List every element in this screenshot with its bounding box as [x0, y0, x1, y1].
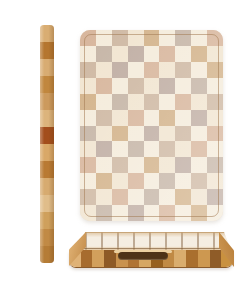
board-square — [159, 189, 175, 205]
board-square — [191, 157, 207, 173]
board-square — [128, 141, 144, 157]
board-square — [144, 126, 160, 142]
board-square — [144, 141, 160, 157]
board-square — [175, 141, 191, 157]
board-square — [112, 78, 128, 94]
board-square — [96, 173, 112, 189]
product-photo — [0, 0, 247, 296]
board-square — [159, 62, 175, 78]
board-square — [112, 126, 128, 142]
board-square — [144, 46, 160, 62]
edge-wood-block — [40, 42, 54, 59]
top-view — [80, 30, 223, 221]
board-square — [159, 78, 175, 94]
board-square — [80, 62, 96, 78]
front-wood-block — [92, 250, 104, 267]
edge-view-blocks — [40, 25, 54, 263]
front-wood-block — [128, 250, 140, 267]
board-square — [191, 141, 207, 157]
board-square — [191, 30, 207, 46]
board-square — [159, 205, 175, 221]
board-square — [175, 78, 191, 94]
edge-wood-block — [40, 144, 54, 161]
juice-groove-line — [79, 248, 224, 250]
board-square — [159, 94, 175, 110]
board-square — [144, 94, 160, 110]
edge-view — [40, 25, 54, 263]
front-wood-block — [139, 250, 151, 267]
board-square — [128, 189, 144, 205]
board-square — [191, 110, 207, 126]
board-square — [80, 78, 96, 94]
board-square — [128, 173, 144, 189]
board-square — [144, 205, 160, 221]
board-square — [96, 30, 112, 46]
board-top-surface — [71, 232, 232, 252]
board-square — [112, 62, 128, 78]
board-square — [128, 46, 144, 62]
board-square — [80, 30, 96, 46]
edge-wood-block — [40, 178, 54, 195]
board-square — [144, 110, 160, 126]
board-square — [159, 173, 175, 189]
board-square — [80, 126, 96, 142]
edge-wood-block — [40, 195, 54, 212]
board-square — [191, 94, 207, 110]
board-square — [159, 141, 175, 157]
edge-wood-block — [40, 25, 54, 42]
board-square — [191, 46, 207, 62]
edge-wood-block — [40, 212, 54, 229]
edge-wood-block — [40, 110, 54, 127]
board-square — [175, 30, 191, 46]
edge-wood-block — [40, 59, 54, 76]
edge-wood-block — [40, 127, 54, 144]
board-square — [175, 126, 191, 142]
board-square — [207, 78, 223, 94]
edge-wood-block — [40, 76, 54, 93]
bottom-view — [69, 229, 235, 271]
board-square — [112, 30, 128, 46]
board-square — [96, 205, 112, 221]
board-square — [207, 189, 223, 205]
board-square — [191, 205, 207, 221]
board-square — [112, 205, 128, 221]
board-square — [80, 110, 96, 126]
board-square — [112, 157, 128, 173]
board-square — [175, 62, 191, 78]
front-wood-block — [151, 250, 163, 267]
board-square — [128, 94, 144, 110]
board-square — [207, 141, 223, 157]
board-square — [207, 173, 223, 189]
board-square — [159, 30, 175, 46]
board-square — [191, 78, 207, 94]
board-grid — [80, 30, 223, 221]
board-square — [112, 94, 128, 110]
board-square — [175, 94, 191, 110]
board-square — [96, 110, 112, 126]
front-wood-block — [163, 250, 175, 267]
front-wood-block — [81, 250, 93, 267]
board-square — [207, 110, 223, 126]
board-square — [144, 62, 160, 78]
board-square — [128, 110, 144, 126]
board-square — [191, 126, 207, 142]
board-square — [207, 126, 223, 142]
board-square — [80, 205, 96, 221]
board-square — [175, 205, 191, 221]
front-wood-block — [198, 250, 210, 267]
board-square — [207, 205, 223, 221]
board-square — [144, 30, 160, 46]
board-square — [144, 157, 160, 173]
front-wood-block — [174, 250, 186, 267]
board-square — [207, 46, 223, 62]
board-square — [128, 205, 144, 221]
board-square — [112, 173, 128, 189]
board-square — [128, 157, 144, 173]
board-square — [112, 189, 128, 205]
board-square — [175, 189, 191, 205]
board-square — [96, 78, 112, 94]
board-square — [96, 189, 112, 205]
front-wood-block — [104, 250, 116, 267]
board-square — [96, 94, 112, 110]
board-square — [159, 157, 175, 173]
board-square — [175, 173, 191, 189]
board-square — [112, 110, 128, 126]
edge-wood-block — [40, 93, 54, 110]
board-square — [159, 46, 175, 62]
board-square — [96, 62, 112, 78]
front-face — [69, 250, 233, 268]
board-square — [207, 157, 223, 173]
board-square — [112, 141, 128, 157]
board-square — [80, 157, 96, 173]
board-square — [128, 30, 144, 46]
board-square — [207, 30, 223, 46]
board-square — [96, 126, 112, 142]
board-square — [96, 141, 112, 157]
board-square — [128, 62, 144, 78]
board-square — [191, 189, 207, 205]
board-square — [96, 46, 112, 62]
board-square — [80, 173, 96, 189]
board-square — [159, 110, 175, 126]
board-square — [80, 46, 96, 62]
board-square — [191, 62, 207, 78]
front-wood-block — [116, 250, 128, 267]
board-square — [128, 126, 144, 142]
front-wood-block — [210, 250, 222, 267]
board-square — [207, 94, 223, 110]
board-square — [112, 46, 128, 62]
board-square — [175, 46, 191, 62]
edge-wood-block — [40, 229, 54, 246]
edge-wood-block — [40, 246, 54, 263]
board-square — [144, 189, 160, 205]
edge-wood-block — [40, 161, 54, 178]
board-square — [159, 126, 175, 142]
board-square — [96, 157, 112, 173]
board-square — [207, 62, 223, 78]
front-wood-block — [186, 250, 198, 267]
board-square — [175, 157, 191, 173]
board-square — [128, 78, 144, 94]
board-square — [144, 173, 160, 189]
board-square — [80, 141, 96, 157]
board-square — [80, 189, 96, 205]
board-square — [191, 173, 207, 189]
board-square — [175, 110, 191, 126]
board-square — [80, 94, 96, 110]
board-square — [144, 78, 160, 94]
